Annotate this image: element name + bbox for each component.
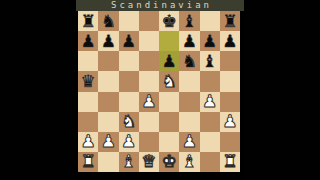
square-f8[interactable]: ♝ [179,11,199,31]
white-pawn-piece: ♟ [141,93,156,110]
video-frame: Scandinavian ♜♞♚♝♜♟♟♟♟♟♟♟♞♝♛♞♟♟♞♟♟♟♟♟♜♝♛… [0,0,320,180]
title-bar: Scandinavian [76,0,244,11]
square-d3[interactable] [139,112,159,132]
square-g6[interactable]: ♝ [200,51,220,71]
white-pawn-piece: ♟ [81,133,96,150]
square-b1[interactable] [98,152,118,172]
white-rook-piece: ♜ [81,153,96,170]
square-a4[interactable] [78,92,98,112]
square-a6[interactable] [78,51,98,71]
right-pillarbox-bar [244,0,320,180]
square-f5[interactable] [179,71,199,91]
white-pawn-piece: ♟ [182,133,197,150]
black-pawn-piece: ♟ [182,32,197,49]
square-h2[interactable] [220,132,240,152]
black-pawn-piece: ♟ [121,32,136,49]
square-c5[interactable] [119,71,139,91]
square-g1[interactable] [200,152,220,172]
square-g8[interactable] [200,11,220,31]
white-pawn-piece: ♟ [202,93,217,110]
square-b4[interactable] [98,92,118,112]
square-d6[interactable] [139,51,159,71]
square-e7[interactable] [159,31,179,51]
square-f1[interactable]: ♝ [179,152,199,172]
square-g2[interactable] [200,132,220,152]
white-bishop-piece: ♝ [121,153,136,170]
white-queen-piece: ♛ [141,153,156,170]
square-d5[interactable] [139,71,159,91]
square-g3[interactable] [200,112,220,132]
square-a5[interactable]: ♛ [78,71,98,91]
square-h3[interactable]: ♟ [220,112,240,132]
white-pawn-piece: ♟ [101,133,116,150]
opening-title: Scandinavian [108,0,212,11]
black-rook-piece: ♜ [81,12,96,29]
black-king-piece: ♚ [162,12,177,29]
black-bishop-piece: ♝ [202,52,217,69]
black-knight-piece: ♞ [182,52,197,69]
black-bishop-piece: ♝ [182,12,197,29]
square-e1[interactable]: ♚ [159,152,179,172]
square-a2[interactable]: ♟ [78,132,98,152]
square-c4[interactable] [119,92,139,112]
square-c2[interactable]: ♟ [119,132,139,152]
square-e8[interactable]: ♚ [159,11,179,31]
square-c6[interactable] [119,51,139,71]
square-e6[interactable]: ♟ [159,51,179,71]
square-a3[interactable] [78,112,98,132]
square-b5[interactable] [98,71,118,91]
square-c7[interactable]: ♟ [119,31,139,51]
black-pawn-piece: ♟ [81,32,96,49]
black-knight-piece: ♞ [101,12,116,29]
black-pawn-piece: ♟ [222,32,237,49]
white-bishop-piece: ♝ [182,153,197,170]
white-knight-piece: ♞ [121,113,136,130]
black-queen-piece: ♛ [81,72,96,89]
square-e4[interactable] [159,92,179,112]
black-rook-piece: ♜ [222,12,237,29]
white-pawn-piece: ♟ [121,133,136,150]
black-pawn-piece: ♟ [202,32,217,49]
square-h1[interactable]: ♜ [220,152,240,172]
square-h8[interactable]: ♜ [220,11,240,31]
square-f4[interactable] [179,92,199,112]
square-h4[interactable] [220,92,240,112]
square-f7[interactable]: ♟ [179,31,199,51]
square-f3[interactable] [179,112,199,132]
square-c3[interactable]: ♞ [119,112,139,132]
square-c1[interactable]: ♝ [119,152,139,172]
square-g4[interactable]: ♟ [200,92,220,112]
square-b8[interactable]: ♞ [98,11,118,31]
square-f6[interactable]: ♞ [179,51,199,71]
square-b6[interactable] [98,51,118,71]
left-pillarbox-bar [0,0,76,180]
square-g5[interactable] [200,71,220,91]
square-h5[interactable] [220,71,240,91]
white-rook-piece: ♜ [222,153,237,170]
black-pawn-piece: ♟ [101,32,116,49]
square-d1[interactable]: ♛ [139,152,159,172]
square-d2[interactable] [139,132,159,152]
chess-board[interactable]: ♜♞♚♝♜♟♟♟♟♟♟♟♞♝♛♞♟♟♞♟♟♟♟♟♜♝♛♚♝♜ [78,11,240,172]
square-d8[interactable] [139,11,159,31]
square-a1[interactable]: ♜ [78,152,98,172]
white-pawn-piece: ♟ [222,113,237,130]
square-a7[interactable]: ♟ [78,31,98,51]
square-e3[interactable] [159,112,179,132]
square-h7[interactable]: ♟ [220,31,240,51]
square-b3[interactable] [98,112,118,132]
square-d7[interactable] [139,31,159,51]
square-f2[interactable]: ♟ [179,132,199,152]
square-e2[interactable] [159,132,179,152]
black-pawn-piece: ♟ [162,52,177,69]
white-king-piece: ♚ [162,153,177,170]
white-knight-piece: ♞ [162,72,177,89]
square-g7[interactable]: ♟ [200,31,220,51]
square-h6[interactable] [220,51,240,71]
square-c8[interactable] [119,11,139,31]
square-b7[interactable]: ♟ [98,31,118,51]
square-e5[interactable]: ♞ [159,71,179,91]
square-d4[interactable]: ♟ [139,92,159,112]
square-b2[interactable]: ♟ [98,132,118,152]
square-a8[interactable]: ♜ [78,11,98,31]
